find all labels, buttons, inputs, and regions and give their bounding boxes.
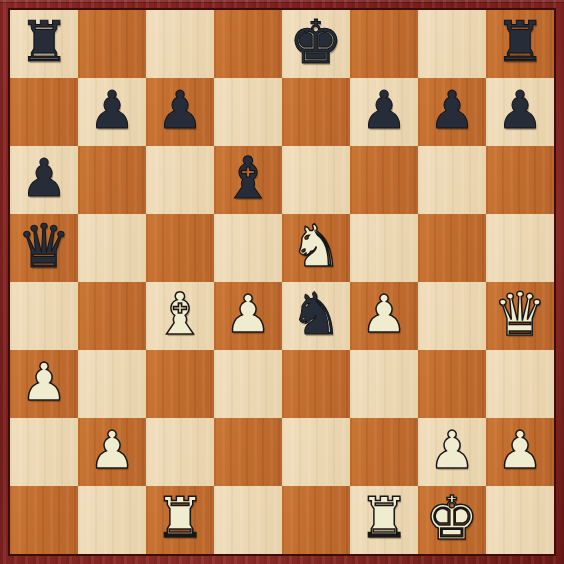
square-g1[interactable]: ♚ <box>418 486 486 554</box>
square-h3[interactable] <box>486 350 554 418</box>
square-f3[interactable] <box>350 350 418 418</box>
square-b8[interactable] <box>78 10 146 78</box>
piece-white-knight[interactable]: ♞ <box>290 217 342 275</box>
chess-board: ♜♚♜♟♟♟♟♟♟♝♛♞♝♟♞♟♛♟♟♟♟♜♜♚ <box>8 8 556 556</box>
square-g7[interactable]: ♟ <box>418 78 486 146</box>
square-g3[interactable] <box>418 350 486 418</box>
square-d6[interactable]: ♝ <box>214 146 282 214</box>
piece-white-rook[interactable]: ♜ <box>155 490 205 546</box>
piece-white-pawn[interactable]: ♟ <box>89 424 136 476</box>
piece-white-pawn[interactable]: ♟ <box>21 356 68 408</box>
square-c6[interactable] <box>146 146 214 214</box>
square-g6[interactable] <box>418 146 486 214</box>
square-d4[interactable]: ♟ <box>214 282 282 350</box>
square-h6[interactable] <box>486 146 554 214</box>
piece-black-knight[interactable]: ♞ <box>290 285 342 343</box>
square-e1[interactable] <box>282 486 350 554</box>
piece-black-pawn[interactable]: ♟ <box>429 84 476 136</box>
square-c8[interactable] <box>146 10 214 78</box>
square-d3[interactable] <box>214 350 282 418</box>
piece-black-pawn[interactable]: ♟ <box>157 84 204 136</box>
piece-black-queen[interactable]: ♛ <box>17 216 71 276</box>
piece-white-pawn[interactable]: ♟ <box>225 288 272 340</box>
square-c7[interactable]: ♟ <box>146 78 214 146</box>
square-e4[interactable]: ♞ <box>282 282 350 350</box>
square-c2[interactable] <box>146 418 214 486</box>
square-h2[interactable]: ♟ <box>486 418 554 486</box>
square-e7[interactable] <box>282 78 350 146</box>
square-h8[interactable]: ♜ <box>486 10 554 78</box>
square-g8[interactable] <box>418 10 486 78</box>
square-a8[interactable]: ♜ <box>10 10 78 78</box>
square-d1[interactable] <box>214 486 282 554</box>
square-b3[interactable] <box>78 350 146 418</box>
piece-black-rook[interactable]: ♜ <box>495 14 545 70</box>
piece-white-pawn[interactable]: ♟ <box>361 288 408 340</box>
square-e5[interactable]: ♞ <box>282 214 350 282</box>
square-d7[interactable] <box>214 78 282 146</box>
piece-white-pawn[interactable]: ♟ <box>497 424 544 476</box>
square-a4[interactable] <box>10 282 78 350</box>
square-h7[interactable]: ♟ <box>486 78 554 146</box>
piece-white-bishop[interactable]: ♝ <box>154 285 206 343</box>
square-g4[interactable] <box>418 282 486 350</box>
square-g5[interactable] <box>418 214 486 282</box>
square-e8[interactable]: ♚ <box>282 10 350 78</box>
square-b4[interactable] <box>78 282 146 350</box>
square-d8[interactable] <box>214 10 282 78</box>
square-a3[interactable]: ♟ <box>10 350 78 418</box>
piece-black-pawn[interactable]: ♟ <box>21 152 68 204</box>
piece-white-rook[interactable]: ♜ <box>359 490 409 546</box>
square-d5[interactable] <box>214 214 282 282</box>
square-f8[interactable] <box>350 10 418 78</box>
piece-black-pawn[interactable]: ♟ <box>361 84 408 136</box>
square-h5[interactable] <box>486 214 554 282</box>
square-f6[interactable] <box>350 146 418 214</box>
square-c1[interactable]: ♜ <box>146 486 214 554</box>
square-f1[interactable]: ♜ <box>350 486 418 554</box>
square-a6[interactable]: ♟ <box>10 146 78 214</box>
piece-white-pawn[interactable]: ♟ <box>429 424 476 476</box>
piece-black-king[interactable]: ♚ <box>289 12 343 72</box>
board-frame: ♜♚♜♟♟♟♟♟♟♝♛♞♝♟♞♟♛♟♟♟♟♜♜♚ <box>0 0 564 564</box>
square-a7[interactable] <box>10 78 78 146</box>
square-e2[interactable] <box>282 418 350 486</box>
piece-white-king[interactable]: ♚ <box>425 488 479 548</box>
square-e3[interactable] <box>282 350 350 418</box>
piece-black-pawn[interactable]: ♟ <box>89 84 136 136</box>
square-f2[interactable] <box>350 418 418 486</box>
square-b5[interactable] <box>78 214 146 282</box>
square-a1[interactable] <box>10 486 78 554</box>
square-b1[interactable] <box>78 486 146 554</box>
square-f7[interactable]: ♟ <box>350 78 418 146</box>
piece-black-bishop[interactable]: ♝ <box>222 149 274 207</box>
square-c5[interactable] <box>146 214 214 282</box>
square-f4[interactable]: ♟ <box>350 282 418 350</box>
square-b7[interactable]: ♟ <box>78 78 146 146</box>
square-b2[interactable]: ♟ <box>78 418 146 486</box>
square-a2[interactable] <box>10 418 78 486</box>
square-h4[interactable]: ♛ <box>486 282 554 350</box>
piece-black-pawn[interactable]: ♟ <box>497 84 544 136</box>
piece-black-rook[interactable]: ♜ <box>19 14 69 70</box>
square-f5[interactable] <box>350 214 418 282</box>
square-b6[interactable] <box>78 146 146 214</box>
square-c3[interactable] <box>146 350 214 418</box>
square-h1[interactable] <box>486 486 554 554</box>
square-c4[interactable]: ♝ <box>146 282 214 350</box>
piece-white-queen[interactable]: ♛ <box>493 284 547 344</box>
square-e6[interactable] <box>282 146 350 214</box>
square-g2[interactable]: ♟ <box>418 418 486 486</box>
square-d2[interactable] <box>214 418 282 486</box>
square-a5[interactable]: ♛ <box>10 214 78 282</box>
